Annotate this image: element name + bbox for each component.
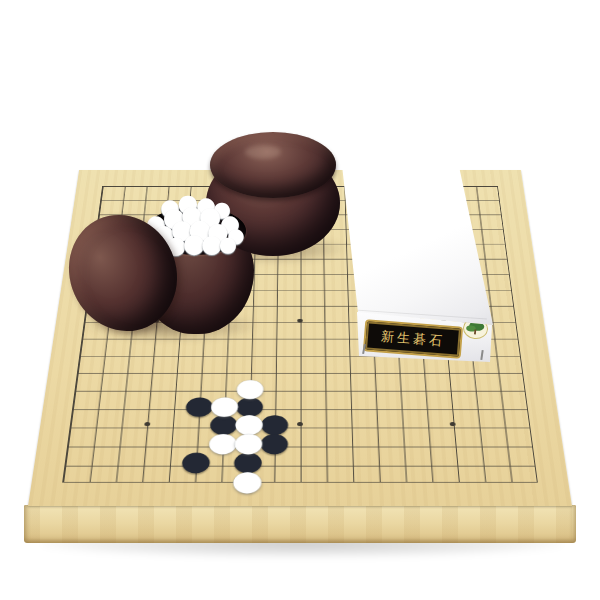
staple xyxy=(480,350,483,360)
star-point xyxy=(297,319,302,323)
white-stone-in-bowl: ● xyxy=(219,234,237,255)
stone-box-label-text: 新生碁石 xyxy=(380,328,445,351)
closed-bowl-lid xyxy=(210,132,336,198)
star-point xyxy=(144,422,150,426)
go-set-product-photo: ●●●●●●●●●●●●● 新生碁石 ●●●●●●●●●●●●●●●●●●● xyxy=(0,0,600,600)
white-stone: ● xyxy=(233,429,265,455)
stone-box-label: 新生碁石 xyxy=(363,319,463,359)
white-stone: ● xyxy=(231,466,264,494)
board-side-edge xyxy=(24,505,576,543)
star-point xyxy=(449,422,455,426)
star-point xyxy=(297,422,303,426)
